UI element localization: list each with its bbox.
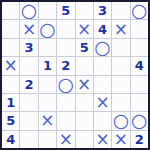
- cell-r1c8[interactable]: ○: [131, 2, 148, 19]
- cell-r8c7[interactable]: ×: [112, 131, 129, 148]
- safe-cross-mark: ×: [95, 94, 109, 111]
- mine-circle-mark: ○: [94, 39, 111, 56]
- mine-circle-mark: ○: [21, 2, 38, 19]
- clue-cell-r2c6: 4: [94, 20, 111, 37]
- safe-cross-mark: ×: [77, 21, 91, 38]
- cell-r3c3[interactable]: [39, 39, 56, 56]
- cell-r8c4[interactable]: ×: [57, 131, 74, 148]
- safe-cross-mark: ×: [4, 57, 18, 74]
- cell-r5c7[interactable]: [112, 76, 129, 93]
- cell-r7c7[interactable]: ○: [112, 112, 129, 129]
- clue-cell-r6c1: 1: [2, 94, 19, 111]
- cell-r2c2[interactable]: ×: [20, 20, 37, 37]
- safe-cross-mark: ×: [114, 131, 128, 148]
- cell-r8c5[interactable]: [76, 131, 93, 148]
- puzzle-board: ○53○×○×4×35○×1242○×1×5×○○4×××2: [0, 0, 150, 150]
- cell-r8c3[interactable]: [39, 131, 56, 148]
- cell-r4c6[interactable]: [94, 57, 111, 74]
- cell-r2c3[interactable]: ○: [39, 20, 56, 37]
- cell-r4c7[interactable]: [112, 57, 129, 74]
- safe-cross-mark: ×: [114, 21, 128, 38]
- clue-cell-r3c5: 5: [76, 39, 93, 56]
- cell-r6c7[interactable]: [112, 94, 129, 111]
- safe-cross-mark: ×: [40, 112, 54, 129]
- cell-r3c7[interactable]: [112, 39, 129, 56]
- clue-cell-r1c6: 3: [94, 2, 111, 19]
- cell-r7c6[interactable]: [94, 112, 111, 129]
- cell-r4c5[interactable]: [76, 57, 93, 74]
- mine-circle-mark: ○: [39, 20, 56, 37]
- cell-r6c5[interactable]: [76, 94, 93, 111]
- clue-cell-r4c4: 2: [57, 57, 74, 74]
- cell-r7c2[interactable]: [20, 112, 37, 129]
- safe-cross-mark: ×: [59, 131, 73, 148]
- cell-r3c6[interactable]: ○: [94, 39, 111, 56]
- clue-cell-r8c8: 2: [131, 131, 148, 148]
- clue-cell-r8c1: 4: [2, 131, 19, 148]
- cell-r3c1[interactable]: [2, 39, 19, 56]
- cell-r5c5[interactable]: ×: [76, 76, 93, 93]
- cell-r5c1[interactable]: [2, 76, 19, 93]
- mine-circle-mark: ○: [58, 76, 75, 93]
- cell-r7c5[interactable]: [76, 112, 93, 129]
- cell-r6c2[interactable]: [20, 94, 37, 111]
- cell-r1c1[interactable]: [2, 2, 19, 19]
- cell-r5c8[interactable]: [131, 76, 148, 93]
- cell-r7c4[interactable]: [57, 112, 74, 129]
- cell-r4c1[interactable]: ×: [2, 57, 19, 74]
- cell-r6c8[interactable]: [131, 94, 148, 111]
- cell-r8c2[interactable]: [20, 131, 37, 148]
- cell-r5c6[interactable]: [94, 76, 111, 93]
- cell-r2c4[interactable]: [57, 20, 74, 37]
- cell-r3c8[interactable]: [131, 39, 148, 56]
- cell-r2c5[interactable]: ×: [76, 20, 93, 37]
- cell-r5c3[interactable]: [39, 76, 56, 93]
- cell-r6c6[interactable]: ×: [94, 94, 111, 111]
- safe-cross-mark: ×: [95, 131, 109, 148]
- cell-r1c7[interactable]: [112, 2, 129, 19]
- clue-cell-r4c3: 1: [39, 57, 56, 74]
- cell-r3c4[interactable]: [57, 39, 74, 56]
- cell-r2c8[interactable]: [131, 20, 148, 37]
- clue-cell-r1c4: 5: [57, 2, 74, 19]
- cell-r8c6[interactable]: ×: [94, 131, 111, 148]
- cell-r6c4[interactable]: [57, 94, 74, 111]
- cell-r7c8[interactable]: ○: [131, 112, 148, 129]
- cell-r1c5[interactable]: [76, 2, 93, 19]
- clue-cell-r3c2: 3: [20, 39, 37, 56]
- safe-cross-mark: ×: [77, 76, 91, 93]
- cell-r1c3[interactable]: [39, 2, 56, 19]
- cell-r1c2[interactable]: ○: [20, 2, 37, 19]
- mine-circle-mark: ○: [131, 2, 148, 19]
- mine-circle-mark: ○: [113, 112, 130, 129]
- clue-cell-r7c1: 5: [2, 112, 19, 129]
- safe-cross-mark: ×: [22, 21, 36, 38]
- clue-cell-r4c8: 4: [131, 57, 148, 74]
- clue-cell-r5c2: 2: [20, 76, 37, 93]
- cell-r5c4[interactable]: ○: [57, 76, 74, 93]
- cell-r2c1[interactable]: [2, 20, 19, 37]
- cell-r6c3[interactable]: [39, 94, 56, 111]
- cell-r4c2[interactable]: [20, 57, 37, 74]
- cell-r7c3[interactable]: ×: [39, 112, 56, 129]
- mine-circle-mark: ○: [131, 112, 148, 129]
- cell-r2c7[interactable]: ×: [112, 20, 129, 37]
